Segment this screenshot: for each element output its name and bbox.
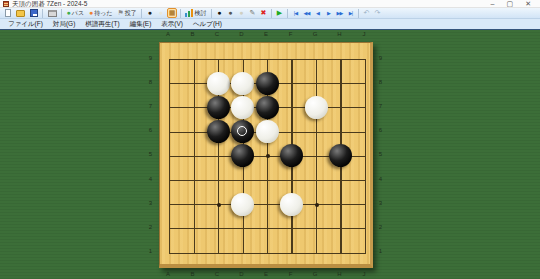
mark-territory-button[interactable]: ● bbox=[236, 8, 246, 18]
delete-icon: ✖ bbox=[261, 8, 267, 18]
white-stone-icon: ● bbox=[159, 8, 163, 18]
delete-button[interactable]: ✖ bbox=[258, 8, 268, 18]
coord-number-left-5: 5 bbox=[145, 151, 156, 158]
client-area: AABBCCDDEEFFGGHHJJ998877665544332211 bbox=[0, 30, 540, 279]
rotate-left-icon: ↶ bbox=[364, 8, 370, 18]
title-bar: 天頂の囲碁 7Zen - 2024-5 – ▢ ✕ bbox=[0, 0, 540, 8]
coord-number-right-7: 7 bbox=[375, 103, 386, 110]
coord-number-left-6: 6 bbox=[145, 127, 156, 134]
toolbar-separator bbox=[61, 9, 62, 18]
white-stone-E6 bbox=[256, 120, 279, 143]
place-white-stone-button[interactable]: ● bbox=[225, 8, 235, 18]
jump-first-button[interactable]: |◀ bbox=[290, 8, 300, 18]
save-button[interactable] bbox=[28, 8, 40, 18]
place-black-stone-icon: ● bbox=[217, 8, 221, 18]
coord-letter-bottom-A: A bbox=[162, 271, 174, 278]
open-file-button[interactable] bbox=[14, 8, 27, 18]
mark-territory-icon: ● bbox=[239, 8, 243, 18]
toolbar-separator bbox=[358, 9, 359, 18]
coord-letter-bottom-E: E bbox=[260, 271, 272, 278]
star-point-C3 bbox=[217, 203, 221, 207]
coord-letter-bottom-J: J bbox=[358, 271, 370, 278]
coord-letter-top-B: B bbox=[187, 31, 199, 38]
black-stone-D6 bbox=[231, 120, 254, 143]
page-icon bbox=[5, 9, 11, 17]
coord-number-right-3: 3 bbox=[375, 200, 386, 207]
coord-number-right-6: 6 bbox=[375, 127, 386, 134]
rotate-right-button[interactable]: ↷ bbox=[372, 8, 382, 18]
toolbar: ●パス●待った⚑投了●●▦検討●●●✎✖▶|◀◀◀◀▶▶▶▶|↶↷ bbox=[0, 8, 540, 19]
coord-number-right-2: 2 bbox=[375, 224, 386, 231]
menu-view[interactable]: 表示(V) bbox=[157, 19, 187, 29]
coord-number-right-4: 4 bbox=[375, 176, 386, 183]
coord-letter-bottom-G: G bbox=[309, 271, 321, 278]
step-back-icon: ◀ bbox=[316, 8, 319, 18]
pass-icon: ● bbox=[67, 8, 71, 18]
close-button[interactable]: ✕ bbox=[525, 0, 531, 8]
coord-letter-top-C: C bbox=[211, 31, 223, 38]
app-icon bbox=[3, 1, 9, 7]
fast-forward-icon: ▶▶ bbox=[337, 8, 343, 18]
maximize-button[interactable]: ▢ bbox=[507, 0, 514, 8]
chart-icon bbox=[185, 9, 193, 17]
menu-edit[interactable]: 編集(E) bbox=[126, 19, 156, 29]
resign-icon: ⚑ bbox=[118, 8, 124, 18]
coord-letter-top-J: J bbox=[358, 31, 370, 38]
coord-letter-bottom-C: C bbox=[211, 271, 223, 278]
coord-letter-bottom-F: F bbox=[285, 271, 297, 278]
black-stone-E8 bbox=[256, 72, 279, 95]
coord-letter-bottom-B: B bbox=[187, 271, 199, 278]
resign-button[interactable]: ⚑投了 bbox=[116, 8, 139, 18]
new-file-button[interactable] bbox=[3, 8, 13, 18]
coord-letter-top-E: E bbox=[260, 31, 272, 38]
place-white-stone-icon: ● bbox=[228, 8, 232, 18]
coord-number-left-1: 1 bbox=[145, 248, 156, 255]
black-stone-C7 bbox=[207, 96, 230, 119]
black-stone-C6 bbox=[207, 120, 230, 143]
white-stone-F3 bbox=[280, 193, 303, 216]
coord-letter-bottom-D: D bbox=[236, 271, 248, 278]
board-display-toggle-icon: ▦ bbox=[169, 8, 176, 18]
toolbar-separator bbox=[141, 9, 142, 18]
coord-number-right-1: 1 bbox=[375, 248, 386, 255]
go-board bbox=[159, 42, 373, 268]
rotate-left-button[interactable]: ↶ bbox=[361, 8, 371, 18]
coord-letter-top-H: H bbox=[334, 31, 346, 38]
analyze-button-label: 検討 bbox=[194, 9, 206, 18]
toolbar-separator bbox=[180, 9, 181, 18]
menu-file[interactable]: ファイル(F) bbox=[4, 19, 47, 29]
coord-letter-top-F: F bbox=[285, 31, 297, 38]
toolbar-separator bbox=[42, 9, 43, 18]
white-stone-D8 bbox=[231, 72, 254, 95]
white-stone-D3 bbox=[231, 193, 254, 216]
coord-number-left-9: 9 bbox=[145, 55, 156, 62]
step-forward-icon: ▶ bbox=[327, 8, 330, 18]
star-point-G3 bbox=[315, 203, 319, 207]
white-stone-D7 bbox=[231, 96, 254, 119]
white-stone-button[interactable]: ● bbox=[156, 8, 166, 18]
fast-back-icon: ◀◀ bbox=[304, 8, 310, 18]
black-stone-E7 bbox=[256, 96, 279, 119]
jump-last-icon: ▶| bbox=[349, 8, 352, 18]
step-forward-button[interactable]: ▶ bbox=[323, 8, 333, 18]
star-point-E5 bbox=[266, 154, 270, 158]
black-stone-icon: ● bbox=[148, 8, 152, 18]
play-button[interactable]: ▶ bbox=[274, 8, 284, 18]
place-black-stone-button[interactable]: ● bbox=[214, 8, 224, 18]
coord-number-left-2: 2 bbox=[145, 224, 156, 231]
fast-back-button[interactable]: ◀◀ bbox=[301, 8, 311, 18]
printer-icon bbox=[48, 10, 57, 17]
black-stone-button[interactable]: ● bbox=[145, 8, 155, 18]
coord-letter-top-G: G bbox=[309, 31, 321, 38]
print-button[interactable] bbox=[46, 8, 59, 18]
coord-number-left-8: 8 bbox=[145, 79, 156, 86]
last-move-marker bbox=[237, 126, 247, 136]
edit-pencil-button[interactable]: ✎ bbox=[247, 8, 257, 18]
toolbar-separator bbox=[271, 9, 272, 18]
board-display-toggle-button[interactable]: ▦ bbox=[167, 8, 178, 18]
coord-letter-top-D: D bbox=[236, 31, 248, 38]
minimize-button[interactable]: – bbox=[491, 0, 495, 8]
menu-help[interactable]: ヘルプ(H) bbox=[189, 19, 226, 29]
jump-last-button[interactable]: ▶| bbox=[345, 8, 355, 18]
toolbar-separator bbox=[287, 9, 288, 18]
edit-pencil-icon: ✎ bbox=[250, 8, 256, 18]
undo-move-button-label: 待った bbox=[94, 9, 112, 18]
undo-move-icon: ● bbox=[89, 8, 93, 18]
pass-button-label: パス bbox=[72, 9, 84, 18]
fast-forward-button[interactable]: ▶▶ bbox=[334, 8, 344, 18]
window-title: 天頂の囲碁 7Zen - 2024-5 bbox=[12, 0, 87, 8]
step-back-button[interactable]: ◀ bbox=[312, 8, 322, 18]
coord-number-right-8: 8 bbox=[375, 79, 386, 86]
jump-first-icon: |◀ bbox=[294, 8, 297, 18]
undo-move-button[interactable]: ●待った bbox=[87, 8, 115, 18]
resign-button-label: 投了 bbox=[125, 9, 137, 18]
analyze-button[interactable]: 検討 bbox=[183, 8, 208, 18]
coord-number-left-7: 7 bbox=[145, 103, 156, 110]
rotate-right-icon: ↷ bbox=[375, 8, 381, 18]
play-icon: ▶ bbox=[277, 8, 282, 18]
menu-replay[interactable]: 棋譜再生(T) bbox=[81, 19, 123, 29]
coord-letter-top-A: A bbox=[162, 31, 174, 38]
coord-number-right-5: 5 bbox=[375, 151, 386, 158]
coord-number-right-9: 9 bbox=[375, 55, 386, 62]
coord-number-left-4: 4 bbox=[145, 176, 156, 183]
floppy-icon bbox=[30, 9, 38, 17]
coord-number-left-3: 3 bbox=[145, 200, 156, 207]
coord-letter-bottom-H: H bbox=[334, 271, 346, 278]
white-stone-C8 bbox=[207, 72, 230, 95]
menu-bar: ファイル(F)対局(G)棋譜再生(T)編集(E)表示(V)ヘルプ(H) bbox=[0, 19, 540, 30]
toolbar-separator bbox=[211, 9, 212, 18]
pass-button[interactable]: ●パス bbox=[65, 8, 87, 18]
folder-icon bbox=[16, 10, 25, 17]
white-stone-G7 bbox=[305, 96, 328, 119]
menu-game[interactable]: 対局(G) bbox=[49, 19, 79, 29]
